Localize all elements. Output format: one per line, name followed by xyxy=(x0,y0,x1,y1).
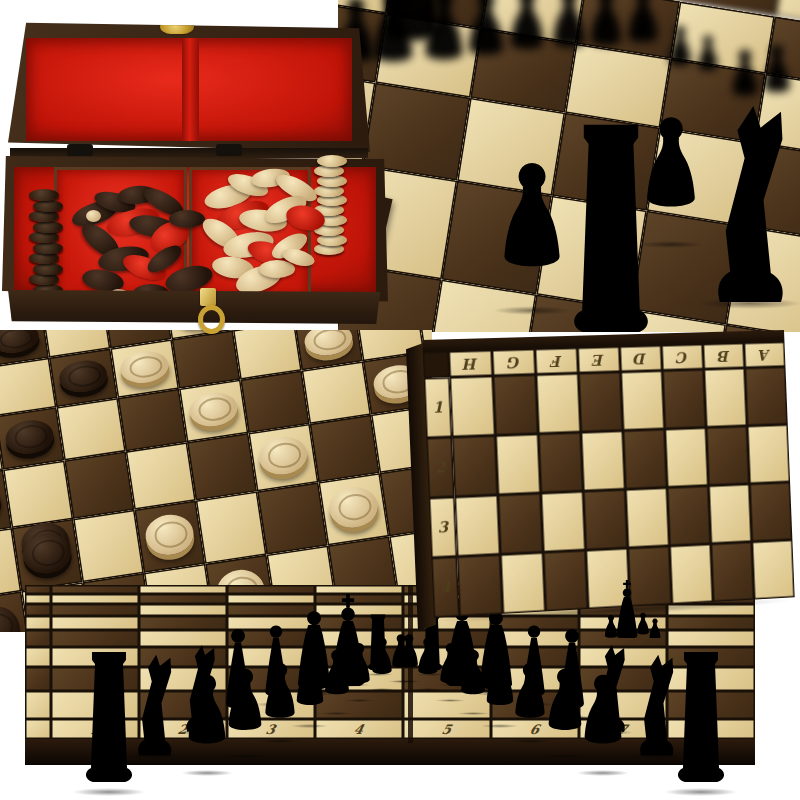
rank-label-segment: 4 xyxy=(315,719,403,739)
board-square xyxy=(452,435,498,496)
board-square xyxy=(625,487,669,548)
light-knight xyxy=(703,87,795,305)
folded-board-face: HGFEDCBA1234 xyxy=(422,330,794,618)
board-square xyxy=(126,442,196,510)
light-checker xyxy=(187,389,240,429)
light-pawn xyxy=(498,150,566,312)
elastic-tab xyxy=(216,144,242,156)
dark-checker xyxy=(57,357,109,395)
light-checker xyxy=(317,155,347,167)
dark-checker xyxy=(0,480,3,523)
border-corner xyxy=(25,719,51,739)
board-square xyxy=(498,493,543,554)
file-label-segment: D xyxy=(619,345,662,372)
board-square xyxy=(623,429,667,489)
board-square xyxy=(257,482,328,554)
board-square xyxy=(457,554,503,616)
dark-pawn xyxy=(649,616,662,638)
board-square xyxy=(139,616,227,630)
board-square xyxy=(51,604,139,616)
board-square xyxy=(118,389,187,452)
rank-label: 5 xyxy=(441,722,454,737)
light-checker xyxy=(327,484,381,530)
light-rook xyxy=(560,112,661,332)
board-square xyxy=(227,585,315,594)
board-square xyxy=(500,552,545,614)
dark-piece-jumbled xyxy=(169,210,205,228)
rank-label: 3 xyxy=(437,518,448,536)
board-square xyxy=(450,376,496,437)
rank-label-segment: 3 xyxy=(429,497,457,558)
board-square xyxy=(665,427,709,487)
board-square xyxy=(12,519,83,591)
dark-checker xyxy=(33,200,63,212)
board-square xyxy=(51,616,139,630)
light-pawn xyxy=(416,633,440,690)
light-pawn xyxy=(544,661,584,757)
board-square xyxy=(621,371,665,431)
board-square xyxy=(667,486,711,546)
elastic-tab xyxy=(67,144,93,156)
dark-pawn xyxy=(225,661,265,757)
board-square xyxy=(455,495,501,557)
board-square xyxy=(749,482,792,542)
board-square xyxy=(318,473,389,545)
border-segment xyxy=(25,604,51,616)
rank-label-segment: 1 xyxy=(424,377,452,438)
brass-emblem-icon xyxy=(160,19,194,34)
light-checker xyxy=(118,348,170,386)
dark-checker xyxy=(33,242,63,254)
board-square xyxy=(495,434,540,495)
dark-pawn xyxy=(625,0,661,66)
border-segment xyxy=(25,630,51,647)
board-square xyxy=(51,594,139,604)
board-square xyxy=(240,370,309,433)
file-label-segment: B xyxy=(703,343,745,369)
board-square xyxy=(49,349,118,408)
brass-clasp-icon xyxy=(200,288,216,306)
light-piece-jumbled xyxy=(259,260,295,278)
border-corner xyxy=(423,351,450,378)
board-square xyxy=(708,484,751,544)
half-board-grid: HGFEDCBA1234 xyxy=(422,330,794,618)
rank-label: 1 xyxy=(432,398,443,416)
board-square xyxy=(704,368,747,428)
border-segment xyxy=(25,594,51,604)
board-square xyxy=(669,544,713,604)
dark-pawn xyxy=(262,656,298,742)
board-square xyxy=(662,369,706,429)
board-square xyxy=(711,542,754,602)
dark-pawn xyxy=(465,0,507,83)
border-segment xyxy=(25,616,51,630)
panel-storage-box xyxy=(0,0,392,338)
board-square xyxy=(302,361,371,424)
board-square xyxy=(581,431,626,492)
board-square xyxy=(51,585,139,594)
border-segment xyxy=(25,691,51,719)
board-square xyxy=(227,594,315,604)
rank-label: 2 xyxy=(435,458,446,476)
light-rook xyxy=(670,644,733,794)
board-square xyxy=(3,461,73,529)
dark-checker xyxy=(33,263,63,275)
file-label-segment: E xyxy=(577,346,620,373)
file-label: A xyxy=(759,346,770,364)
file-label-segment: C xyxy=(661,344,703,371)
rank-label-segment: 2 xyxy=(426,437,454,498)
product-collage: 234567 ABCDEFGH12345678 12345678 HGFEDCB… xyxy=(0,0,800,800)
dark-pawn xyxy=(507,0,547,76)
lid-red-felt xyxy=(26,38,352,141)
light-checker xyxy=(143,512,197,558)
dark-pawn xyxy=(667,21,693,83)
dark-rook xyxy=(77,644,140,794)
light-pawn xyxy=(603,612,618,638)
board-square xyxy=(73,510,144,582)
board-square xyxy=(541,491,586,552)
board-square xyxy=(583,489,628,550)
board-square xyxy=(310,415,380,483)
panel-chessboard-closeup: 234567 xyxy=(338,0,800,332)
dark-pawn xyxy=(550,0,589,73)
board-square xyxy=(56,398,125,461)
box-front-face xyxy=(8,290,380,324)
file-label: F xyxy=(551,352,562,370)
board-square xyxy=(179,380,248,443)
dark-pawn xyxy=(422,0,467,90)
board-square xyxy=(139,604,227,616)
file-label: G xyxy=(507,353,520,371)
dark-pawn xyxy=(370,633,394,690)
board-square xyxy=(0,407,64,470)
board-square xyxy=(248,424,318,492)
lid-divider xyxy=(182,38,198,141)
board-square xyxy=(538,432,583,493)
dark-pawn xyxy=(185,666,230,774)
board-square xyxy=(110,339,179,398)
border-segment xyxy=(25,647,51,667)
box-lid xyxy=(8,16,370,152)
file-label: C xyxy=(677,348,689,366)
light-pawn xyxy=(580,666,625,774)
dark-pawn xyxy=(294,649,327,727)
brass-clasp-ring-icon xyxy=(198,305,225,334)
file-label: D xyxy=(634,350,647,368)
board-square xyxy=(187,433,257,501)
board-square xyxy=(706,426,749,486)
border-segment xyxy=(25,585,51,594)
rank-label: 4 xyxy=(353,722,366,737)
dark-pawn xyxy=(587,0,624,70)
panel-folded-board: HGFEDCBA1234 xyxy=(398,318,800,638)
board-square xyxy=(139,585,227,594)
board-square xyxy=(196,491,267,563)
board-square xyxy=(134,501,205,573)
board-square xyxy=(752,540,795,600)
file-label-segment: F xyxy=(535,348,579,375)
file-label-segment: A xyxy=(744,342,786,368)
rank-label-segment: 4 xyxy=(431,557,459,618)
file-label: H xyxy=(463,354,478,372)
board-square xyxy=(139,594,227,604)
rank-label-segment: 5 xyxy=(403,719,491,739)
file-label-segment: G xyxy=(492,349,536,376)
file-label-segment: H xyxy=(449,350,493,377)
border-segment xyxy=(25,667,51,691)
dark-piece-jumbled xyxy=(86,210,101,222)
board-square xyxy=(315,585,403,594)
light-pawn xyxy=(512,656,548,742)
board-square xyxy=(493,375,538,436)
board-square xyxy=(543,550,588,611)
dark-checker xyxy=(0,603,23,632)
board-square xyxy=(578,372,623,432)
rank-label: 4 xyxy=(440,578,451,596)
dark-checker xyxy=(3,417,56,457)
board-square xyxy=(536,373,581,434)
board-square xyxy=(172,330,241,389)
board-square xyxy=(747,424,790,483)
light-checker xyxy=(256,434,309,477)
dark-checker xyxy=(33,221,63,233)
file-label: B xyxy=(718,347,731,365)
board-square xyxy=(64,451,134,519)
board-square xyxy=(745,367,788,426)
file-label: E xyxy=(593,351,605,369)
dark-pawn xyxy=(696,31,719,86)
